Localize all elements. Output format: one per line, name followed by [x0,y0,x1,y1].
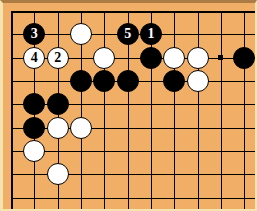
white-stone [187,47,209,69]
black-stone [117,70,139,92]
stone-grid: 35142 [0,0,256,209]
move-number-label: 3 [31,27,38,41]
white-stone [187,70,209,92]
white-stone [23,140,45,162]
black-stone: 3 [23,23,45,45]
square-point-marker [218,55,223,60]
move-number-label: 5 [124,27,131,41]
white-stone [163,47,185,69]
black-stone [47,93,69,115]
go-board: 35142 [0,0,257,211]
black-stone [23,93,45,115]
black-stone [163,70,185,92]
white-stone: 2 [47,47,69,69]
black-stone: 1 [140,23,162,45]
white-stone [70,23,92,45]
move-number-label: 4 [31,51,38,65]
white-stone [93,47,115,69]
black-stone [93,70,115,92]
move-number-label: 1 [147,27,154,41]
white-stone [70,117,92,139]
white-stone [47,117,69,139]
black-stone [140,47,162,69]
black-stone [23,117,45,139]
black-stone [233,47,255,69]
black-stone: 5 [117,23,139,45]
white-stone [47,163,69,185]
black-stone [70,70,92,92]
move-number-label: 2 [54,51,61,65]
white-stone: 4 [23,47,45,69]
